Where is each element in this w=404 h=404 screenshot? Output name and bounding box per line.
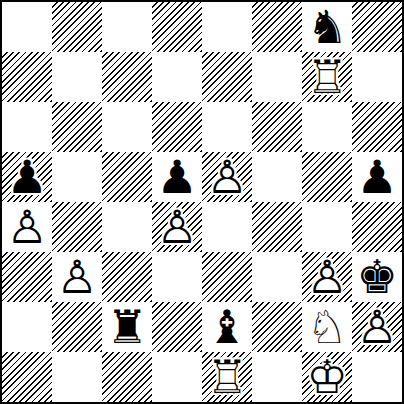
piece-white-pawn: ♟♙ bbox=[2, 202, 52, 252]
square-f4[interactable] bbox=[252, 202, 302, 252]
white-pawn-glyph: ♙ bbox=[156, 202, 197, 252]
square-d5[interactable]: ♟♟ bbox=[152, 152, 202, 202]
square-c6[interactable] bbox=[102, 102, 152, 152]
piece-black-pawn: ♟♟ bbox=[2, 152, 52, 202]
square-f1[interactable] bbox=[252, 352, 302, 402]
square-b4[interactable] bbox=[52, 202, 102, 252]
piece-black-pawn: ♟♟ bbox=[152, 152, 202, 202]
white-pawn-glyph: ♙ bbox=[356, 302, 397, 352]
square-e1[interactable]: ♜♖ bbox=[202, 352, 252, 402]
square-h7[interactable] bbox=[352, 52, 402, 102]
white-rook-glyph: ♖ bbox=[306, 52, 347, 102]
square-h6[interactable] bbox=[352, 102, 402, 152]
piece-black-bishop: ♝♝ bbox=[202, 302, 252, 352]
square-b7[interactable] bbox=[52, 52, 102, 102]
square-g7[interactable]: ♜♖ bbox=[302, 52, 352, 102]
square-f8[interactable] bbox=[252, 2, 302, 52]
piece-white-pawn: ♟♙ bbox=[302, 252, 352, 302]
square-e3[interactable] bbox=[202, 252, 252, 302]
square-a3[interactable] bbox=[2, 252, 52, 302]
piece-white-king: ♚♔ bbox=[302, 352, 352, 402]
black-pawn-glyph: ♟ bbox=[6, 152, 47, 202]
square-h8[interactable] bbox=[352, 2, 402, 52]
chessboard: ♞♞♜♖♟♟♟♟♟♙♟♟♟♙♟♙♟♙♟♙♚♚♜♜♝♝♞♘♟♙♜♖♚♔ bbox=[0, 0, 404, 404]
piece-black-rook: ♜♜ bbox=[102, 302, 152, 352]
piece-white-pawn: ♟♙ bbox=[352, 302, 402, 352]
piece-white-pawn: ♟♙ bbox=[152, 202, 202, 252]
square-f7[interactable] bbox=[252, 52, 302, 102]
square-a8[interactable] bbox=[2, 2, 52, 52]
white-pawn-glyph: ♙ bbox=[206, 152, 247, 202]
piece-white-pawn: ♟♙ bbox=[202, 152, 252, 202]
piece-white-rook: ♜♖ bbox=[302, 52, 352, 102]
square-h1[interactable] bbox=[352, 352, 402, 402]
square-b1[interactable] bbox=[52, 352, 102, 402]
square-e5[interactable]: ♟♙ bbox=[202, 152, 252, 202]
square-a7[interactable] bbox=[2, 52, 52, 102]
piece-white-rook: ♜♖ bbox=[202, 352, 252, 402]
square-b8[interactable] bbox=[52, 2, 102, 52]
square-c7[interactable] bbox=[102, 52, 152, 102]
square-c2[interactable]: ♜♜ bbox=[102, 302, 152, 352]
white-pawn-glyph: ♙ bbox=[306, 252, 347, 302]
piece-white-pawn: ♟♙ bbox=[52, 252, 102, 302]
square-g1[interactable]: ♚♔ bbox=[302, 352, 352, 402]
square-e6[interactable] bbox=[202, 102, 252, 152]
white-knight-glyph: ♘ bbox=[306, 302, 347, 352]
square-h3[interactable]: ♚♚ bbox=[352, 252, 402, 302]
square-a2[interactable] bbox=[2, 302, 52, 352]
square-f5[interactable] bbox=[252, 152, 302, 202]
square-b5[interactable] bbox=[52, 152, 102, 202]
square-b6[interactable] bbox=[52, 102, 102, 152]
black-bishop-glyph: ♝ bbox=[206, 302, 247, 352]
square-g2[interactable]: ♞♘ bbox=[302, 302, 352, 352]
square-f2[interactable] bbox=[252, 302, 302, 352]
square-c8[interactable] bbox=[102, 2, 152, 52]
square-b2[interactable] bbox=[52, 302, 102, 352]
piece-black-king: ♚♚ bbox=[352, 252, 402, 302]
square-g6[interactable] bbox=[302, 102, 352, 152]
chessboard-diagram: ♞♞♜♖♟♟♟♟♟♙♟♟♟♙♟♙♟♙♟♙♚♚♜♜♝♝♞♘♟♙♜♖♚♔ bbox=[0, 0, 404, 404]
square-c5[interactable] bbox=[102, 152, 152, 202]
square-g8[interactable]: ♞♞ bbox=[302, 2, 352, 52]
white-pawn-glyph: ♙ bbox=[6, 202, 47, 252]
black-king-glyph: ♚ bbox=[356, 252, 397, 302]
square-g5[interactable] bbox=[302, 152, 352, 202]
piece-white-knight: ♞♘ bbox=[302, 302, 352, 352]
square-e4[interactable] bbox=[202, 202, 252, 252]
square-e8[interactable] bbox=[202, 2, 252, 52]
square-c3[interactable] bbox=[102, 252, 152, 302]
square-h2[interactable]: ♟♙ bbox=[352, 302, 402, 352]
square-c1[interactable] bbox=[102, 352, 152, 402]
square-h5[interactable]: ♟♟ bbox=[352, 152, 402, 202]
square-f3[interactable] bbox=[252, 252, 302, 302]
white-rook-glyph: ♖ bbox=[206, 352, 247, 402]
square-a5[interactable]: ♟♟ bbox=[2, 152, 52, 202]
white-pawn-glyph: ♙ bbox=[56, 252, 97, 302]
piece-black-knight: ♞♞ bbox=[302, 2, 352, 52]
square-d3[interactable] bbox=[152, 252, 202, 302]
square-e7[interactable] bbox=[202, 52, 252, 102]
black-pawn-glyph: ♟ bbox=[356, 152, 397, 202]
square-d8[interactable] bbox=[152, 2, 202, 52]
square-g4[interactable] bbox=[302, 202, 352, 252]
square-d4[interactable]: ♟♙ bbox=[152, 202, 202, 252]
square-d7[interactable] bbox=[152, 52, 202, 102]
piece-black-pawn: ♟♟ bbox=[352, 152, 402, 202]
square-a6[interactable] bbox=[2, 102, 52, 152]
white-king-glyph: ♔ bbox=[306, 352, 347, 402]
black-rook-glyph: ♜ bbox=[106, 302, 147, 352]
square-g3[interactable]: ♟♙ bbox=[302, 252, 352, 302]
square-c4[interactable] bbox=[102, 202, 152, 252]
black-knight-glyph: ♞ bbox=[306, 2, 347, 52]
square-h4[interactable] bbox=[352, 202, 402, 252]
square-d1[interactable] bbox=[152, 352, 202, 402]
square-d2[interactable] bbox=[152, 302, 202, 352]
square-e2[interactable]: ♝♝ bbox=[202, 302, 252, 352]
square-f6[interactable] bbox=[252, 102, 302, 152]
square-d6[interactable] bbox=[152, 102, 202, 152]
square-b3[interactable]: ♟♙ bbox=[52, 252, 102, 302]
black-pawn-glyph: ♟ bbox=[156, 152, 197, 202]
square-a4[interactable]: ♟♙ bbox=[2, 202, 52, 252]
square-a1[interactable] bbox=[2, 352, 52, 402]
